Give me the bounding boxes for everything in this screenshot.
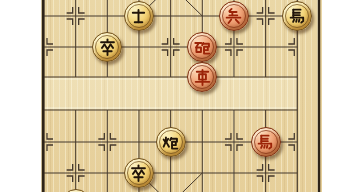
- piece-glyph-馬: [288, 7, 307, 26]
- piece-unknown-unknown-partial[interactable]: [61, 189, 91, 192]
- piece-black-advisor[interactable]: [124, 1, 154, 31]
- piece-glyph-馬: [256, 133, 275, 152]
- piece-glyph-車: [193, 68, 212, 87]
- piece-red-soldier[interactable]: [219, 1, 249, 31]
- pieces-layer: [41, 0, 322, 192]
- piece-glyph-砲: [193, 38, 212, 57]
- piece-red-horse[interactable]: [251, 127, 281, 157]
- piece-red-cannon[interactable]: [187, 32, 217, 62]
- piece-black-horse[interactable]: [282, 1, 312, 31]
- piece-glyph-兵: [224, 7, 243, 26]
- piece-glyph-卒: [129, 164, 148, 183]
- right-pillarbox: [322, 0, 341, 192]
- piece-black-soldier[interactable]: [124, 158, 154, 188]
- xiangqi-board[interactable]: [41, 0, 322, 192]
- piece-black-soldier[interactable]: [92, 32, 122, 62]
- piece-red-chariot[interactable]: [187, 62, 217, 92]
- piece-glyph-卒: [98, 38, 117, 57]
- piece-glyph-士: [129, 7, 148, 26]
- xiangqi-screenshot: [0, 0, 341, 192]
- piece-black-cannon[interactable]: [156, 127, 186, 157]
- left-pillarbox: [0, 0, 41, 192]
- piece-glyph-炮: [161, 133, 180, 152]
